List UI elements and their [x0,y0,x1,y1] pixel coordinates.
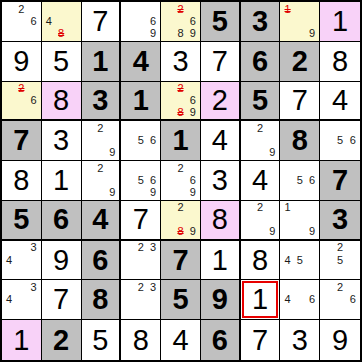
candidate-4: 4 [3,294,15,306]
candidate-grid: 56 [122,122,159,159]
cell-r6c3[interactable]: 4 [82,201,122,241]
solved-digit: 7 [121,201,160,239]
cell-r9c2[interactable]: 2 [42,320,82,360]
cell-r3c3[interactable]: 3 [82,82,122,122]
candidate-6: 6 [147,174,159,186]
cell-r2c8[interactable]: 2 [280,42,320,82]
cell-r6c7[interactable]: 29 [241,201,281,241]
solved-digit: 8 [201,201,239,239]
candidate-8: 8 [174,28,186,40]
candidate-grid: 34 [3,242,40,279]
cell-r1c9[interactable]: 1 [320,2,360,42]
cell-r9c4[interactable]: 8 [121,320,161,360]
candidate-2: 2 [94,122,106,134]
candidate-grid: 19 [281,3,318,40]
solved-digit: 7 [42,280,81,319]
cell-r4c4[interactable]: 56 [121,121,161,161]
solved-digit: 3 [42,121,81,160]
cell-r2c4[interactable]: 4 [121,42,161,82]
given-digit: 9 [201,280,239,319]
solved-digit: 4 [241,161,280,200]
candidate-9: 9 [147,187,159,199]
solved-digit: 9 [320,320,360,360]
candidate-grid: 19 [281,202,318,238]
candidate-9: 9 [266,226,278,238]
cell-r2c6[interactable]: 7 [201,42,241,82]
candidate-2: 2 [254,202,266,214]
solved-digit: 8 [121,320,160,360]
candidate-4: 4 [281,294,293,306]
candidate-6: 6 [28,15,40,27]
candidate-2: 2 [135,281,147,293]
given-digit: 2 [280,42,319,81]
cell-r6c8[interactable]: 19 [280,201,320,241]
cell-r9c3[interactable]: 5 [82,320,122,360]
candidate-2: 2 [15,3,27,15]
candidate-9: 9 [187,187,199,199]
cell-r3c5[interactable]: 2689 [161,82,201,122]
candidate-9: 9 [106,147,118,159]
given-digit: 2 [42,320,81,360]
given-digit: 4 [121,42,160,81]
cell-r8c1[interactable]: 34 [2,280,42,320]
cell-r7c5[interactable]: 7 [161,241,201,281]
given-digit: 7 [161,241,200,280]
candidate-grid: 29 [242,122,279,159]
candidate-3: 3 [147,281,159,293]
given-digit: 3 [241,2,280,41]
candidate-9: 9 [147,28,159,40]
candidate-grid: 23 [122,281,159,318]
cell-r4c9[interactable]: 56 [320,121,360,161]
cell-r3c2[interactable]: 8 [42,82,82,122]
cell-r5c5[interactable]: 269 [161,161,201,201]
solved-digit: 8 [241,241,280,280]
cell-r6c1[interactable]: 5 [2,201,42,241]
cell-r3c6[interactable]: 2 [201,82,241,122]
solved-digit: 7 [82,2,120,41]
candidate-grid: 23 [122,242,159,279]
cell-r1c1[interactable]: 26 [2,2,42,42]
cell-r4c5[interactable]: 1 [161,121,201,161]
solved-digit: 1 [201,241,239,280]
cell-r2c3[interactable]: 1 [82,42,122,82]
given-digit: 5 [241,82,280,120]
cell-r5c3[interactable]: 29 [82,161,122,201]
given-digit: 5 [201,2,239,41]
cell-r1c7[interactable]: 3 [241,2,281,42]
candidate-6: 6 [187,15,199,27]
cell-r1c3[interactable]: 7 [82,2,122,42]
candidate-4: 4 [281,254,293,266]
cell-r4c6[interactable]: 4 [201,121,241,161]
given-digit: 7 [320,161,360,200]
cell-r4c8[interactable]: 8 [280,121,320,161]
candidate-2: 2 [334,242,347,254]
solved-digit: 1 [2,320,41,360]
candidate-grid: 29 [83,162,119,199]
candidate-2: 2 [334,281,347,293]
solved-digit: 3 [201,161,239,200]
solved-digit: 7 [280,82,319,120]
cell-r2c2[interactable]: 5 [42,42,82,82]
given-digit: 5 [2,201,41,239]
cell-r7c3[interactable]: 6 [82,241,122,281]
solved-digit: 1 [42,161,81,200]
eliminated-candidate-8: 8 [174,226,186,238]
given-digit: 7 [2,121,41,160]
cell-r3c9[interactable]: 4 [320,82,360,122]
cell-r5c7[interactable]: 4 [241,161,281,201]
candidate-5: 5 [334,135,347,147]
cell-r8c2[interactable]: 7 [42,280,82,320]
cell-r8c3[interactable]: 8 [82,280,122,320]
candidate-grid: 29 [83,122,119,159]
eliminated-candidate-2: 2 [15,83,27,95]
cell-r1c5[interactable]: 2689 [161,2,201,42]
eliminated-candidate-2: 2 [174,3,186,15]
given-digit: 6 [241,42,280,81]
cell-r8c9[interactable]: 26 [320,280,360,320]
solved-digit: 4 [201,121,239,160]
eliminated-candidate-1: 1 [281,3,293,15]
candidate-grid: 29 [242,202,279,238]
given-digit: 6 [201,320,239,360]
candidate-6: 6 [346,294,359,306]
candidate-6: 6 [147,15,159,27]
cell-r8c6[interactable]: 9 [201,280,241,320]
cell-r7c8[interactable]: 45 [280,241,320,281]
solved-digit: 2 [201,82,239,120]
cell-r6c5[interactable]: 289 [161,201,201,241]
given-digit: 1 [121,82,160,120]
cell-r4c3[interactable]: 29 [82,121,122,161]
candidate-grid: 269 [162,162,199,199]
cell-r7c9[interactable]: 25 [320,241,360,281]
cell-r8c4[interactable]: 23 [121,280,161,320]
candidate-9: 9 [187,28,199,40]
candidate-grid: 569 [122,162,159,199]
candidate-grid: 26 [3,3,40,40]
candidate-4: 4 [43,15,55,27]
candidate-6: 6 [187,94,199,106]
solved-digit: 5 [42,42,81,81]
cell-r5c1[interactable]: 8 [2,161,42,201]
solved-digit: 8 [320,42,360,81]
candidate-grid: 26 [321,281,359,318]
eliminated-candidate-8: 8 [55,28,67,40]
candidate-9: 9 [187,226,199,238]
candidate-5: 5 [334,254,347,266]
candidate-grid: 34 [3,281,40,318]
cell-r3c7[interactable]: 5 [241,82,281,122]
candidate-4: 4 [3,254,15,266]
cell-r2c9[interactable]: 8 [320,42,360,82]
candidate-grid: 56 [281,162,318,199]
given-digit: 3 [320,201,360,239]
given-digit: 8 [82,280,120,319]
cell-r1c6[interactable]: 5 [201,2,241,42]
candidate-6: 6 [346,135,359,147]
candidate-6: 6 [147,135,159,147]
candidate-3: 3 [147,242,159,254]
cell-r5c9[interactable]: 7 [320,161,360,201]
candidate-6: 6 [28,94,40,106]
candidate-9: 9 [106,187,118,199]
cell-r7c7[interactable]: 8 [241,241,281,281]
cell-r3c1[interactable]: 26 [2,82,42,122]
cell-r7c1[interactable]: 34 [2,241,42,281]
given-digit: 4 [82,201,120,239]
given-digit: 6 [42,201,81,239]
solved-digit: 4 [320,82,360,120]
solved-digit: 5 [82,320,120,360]
sudoku-board: 2648769268953191951437628268312689257473… [0,0,362,362]
solved-digit: 3 [161,42,200,81]
cell-r1c2[interactable]: 48 [42,2,82,42]
cell-r2c5[interactable]: 3 [161,42,201,82]
candidate-grid: 69 [122,3,159,40]
candidate-6: 6 [306,294,318,306]
solved-digit: 4 [161,320,200,360]
cell-r9c1[interactable]: 1 [2,320,42,360]
cell-r6c9[interactable]: 3 [320,201,360,241]
candidate-3: 3 [28,242,40,254]
candidate-2: 2 [94,162,106,174]
cell-r6c4[interactable]: 7 [121,201,161,241]
given-digit: 1 [161,121,200,160]
cell-r6c2[interactable]: 6 [42,201,82,241]
cell-r5c4[interactable]: 569 [121,161,161,201]
cell-r2c1[interactable]: 9 [2,42,42,82]
cell-r9c6[interactable]: 6 [201,320,241,360]
solved-digit: 8 [42,82,81,120]
candidate-9: 9 [306,28,318,40]
candidate-6: 6 [187,174,199,186]
candidate-5: 5 [135,174,147,186]
candidate-grid: 25 [321,242,359,279]
candidate-6: 6 [306,174,318,186]
candidate-grid: 2689 [162,83,199,119]
cell-r4c7[interactable]: 29 [241,121,281,161]
candidate-9: 9 [266,147,278,159]
solved-digit: 8 [2,161,41,200]
candidate-2: 2 [174,162,186,174]
solved-digit: 1 [320,2,360,41]
candidate-5: 5 [294,174,306,186]
candidate-grid: 289 [162,202,199,238]
cell-r4c2[interactable]: 3 [42,121,82,161]
cell-r6c6[interactable]: 8 [201,201,241,241]
candidate-2: 2 [174,202,186,214]
cell-r7c2[interactable]: 9 [42,241,82,281]
eliminated-candidate-2: 2 [174,83,186,95]
cell-r3c8[interactable]: 7 [280,82,320,122]
candidate-grid: 48 [43,3,80,40]
solved-digit: 9 [42,241,81,280]
candidate-9: 9 [187,106,199,118]
cell-r1c4[interactable]: 69 [121,2,161,42]
cell-r8c5[interactable]: 5 [161,280,201,320]
candidate-2: 2 [135,242,147,254]
cell-r8c8[interactable]: 46 [280,280,320,320]
solved-digit: 3 [280,320,319,360]
solved-digit: 7 [201,42,239,81]
cell-r5c6[interactable]: 3 [201,161,241,201]
candidate-grid: 46 [281,281,318,318]
cell-r8c7[interactable]: 1 [241,280,281,320]
solved-digit: 9 [2,42,41,81]
cell-r9c9[interactable]: 9 [320,320,360,360]
cell-r4c1[interactable]: 7 [2,121,42,161]
given-digit: 5 [161,280,200,319]
cell-r7c6[interactable]: 1 [201,241,241,281]
candidate-grid: 56 [321,122,359,159]
given-digit: 6 [82,241,120,280]
candidate-3: 3 [28,281,40,293]
candidate-5: 5 [135,135,147,147]
cell-r7c4[interactable]: 23 [121,241,161,281]
cell-r9c8[interactable]: 3 [280,320,320,360]
given-digit: 3 [82,82,120,120]
candidate-2: 2 [254,122,266,134]
cell-r1c8[interactable]: 19 [280,2,320,42]
candidate-grid: 26 [3,83,40,119]
cell-r9c7[interactable]: 7 [241,320,281,360]
candidate-5: 5 [294,254,306,266]
candidate-1: 1 [281,202,293,214]
cell-r2c7[interactable]: 6 [241,42,281,82]
given-digit: 8 [280,121,319,160]
candidate-grid: 45 [281,242,318,279]
solved-digit: 1 [241,280,280,319]
cell-r5c8[interactable]: 56 [280,161,320,201]
candidate-9: 9 [306,226,318,238]
given-digit: 1 [82,42,120,81]
eliminated-candidate-8: 8 [174,106,186,118]
solved-digit: 7 [241,320,280,360]
cell-r9c5[interactable]: 4 [161,320,201,360]
candidate-grid: 2689 [162,3,199,40]
cell-r3c4[interactable]: 1 [121,82,161,122]
cell-r5c2[interactable]: 1 [42,161,82,201]
